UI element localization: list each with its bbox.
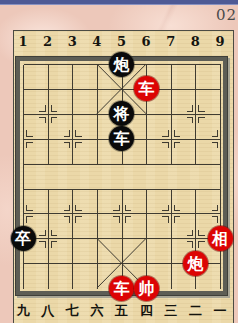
piece-red-general[interactable]: 帅 bbox=[134, 276, 159, 301]
file-label-bottom-5: 五 bbox=[113, 303, 131, 319]
file-label-top-9: 9 bbox=[211, 34, 229, 50]
file-label-top-6: 6 bbox=[137, 34, 155, 50]
file-label-top-3: 3 bbox=[63, 34, 81, 50]
file-label-bottom-1: 九 bbox=[14, 303, 32, 319]
file-label-bottom-7: 三 bbox=[162, 303, 180, 319]
diagram-number-label: 02 bbox=[216, 6, 237, 24]
board-panel: 123456789 炮车将车卒相炮车帅 九八七六五四三二一 bbox=[13, 30, 234, 323]
file-label-bottom-3: 七 bbox=[63, 303, 81, 319]
file-label-bottom-2: 八 bbox=[39, 303, 57, 319]
file-label-top-5: 5 bbox=[113, 34, 131, 50]
piece-red-cannon[interactable]: 炮 bbox=[183, 251, 208, 276]
file-label-bottom-8: 二 bbox=[186, 303, 204, 319]
piece-red-elephant[interactable]: 相 bbox=[208, 226, 233, 251]
piece-black-soldier[interactable]: 卒 bbox=[11, 226, 36, 251]
piece-red-chariot[interactable]: 车 bbox=[109, 276, 134, 301]
file-label-top-7: 7 bbox=[162, 34, 180, 50]
file-label-bottom-4: 六 bbox=[88, 303, 106, 319]
file-label-bottom-9: 一 bbox=[211, 303, 229, 319]
file-label-top-8: 8 bbox=[186, 34, 204, 50]
file-label-top-2: 2 bbox=[39, 34, 57, 50]
window-top-bar bbox=[0, 0, 238, 5]
piece-black-cannon[interactable]: 炮 bbox=[109, 52, 134, 77]
file-label-bottom-6: 四 bbox=[137, 303, 155, 319]
file-label-top-1: 1 bbox=[14, 34, 32, 50]
xiangqi-puzzle-window: 02 123456789 炮车将车卒相炮车帅 九八七六五四三二一 bbox=[0, 0, 238, 323]
file-label-top-4: 4 bbox=[88, 34, 106, 50]
piece-red-chariot[interactable]: 车 bbox=[134, 76, 159, 101]
